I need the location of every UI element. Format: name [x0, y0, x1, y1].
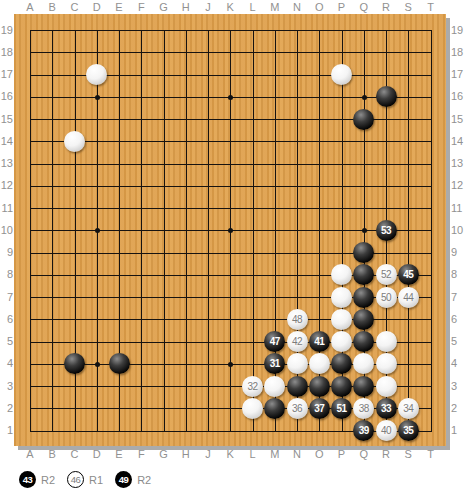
col-label-top-Q: Q	[354, 1, 374, 14]
stone-white-C14	[64, 131, 85, 152]
stone-white-R5	[376, 331, 397, 352]
row-label-right-16: 16	[451, 90, 467, 103]
col-label-bottom-B: B	[42, 448, 62, 461]
row-label-left-7: 7	[0, 291, 13, 304]
stone-white-L3: 32	[242, 376, 263, 397]
caption-move-number: 43	[19, 471, 36, 488]
move-number: 38	[353, 398, 374, 419]
stone-black-R10: 53	[376, 220, 397, 241]
col-label-bottom-A: A	[20, 448, 40, 461]
star-point-Q16	[362, 95, 367, 100]
stone-white-M3	[264, 376, 285, 397]
stone-black-S8: 45	[398, 264, 419, 285]
stone-black-R2: 33	[376, 398, 397, 419]
col-label-bottom-P: P	[332, 448, 352, 461]
col-label-bottom-K: K	[220, 448, 240, 461]
row-label-right-3: 3	[451, 380, 467, 393]
stone-white-P17	[331, 64, 352, 85]
stone-white-P8	[331, 264, 352, 285]
col-label-bottom-D: D	[87, 448, 107, 461]
stone-black-M5: 47	[264, 331, 285, 352]
go-board: 5352455044484742413132363751383334394035	[14, 14, 446, 446]
stone-white-Q2: 38	[353, 398, 374, 419]
move-number: 48	[287, 309, 308, 330]
stone-white-R3	[376, 376, 397, 397]
row-label-left-14: 14	[0, 135, 13, 148]
stone-black-Q9	[353, 242, 374, 263]
stone-black-Q5	[353, 331, 374, 352]
caption-move-number: 46	[68, 472, 83, 487]
col-label-top-H: H	[176, 1, 196, 14]
row-label-right-19: 19	[451, 24, 467, 37]
stone-black-O3	[309, 376, 330, 397]
col-label-top-D: D	[87, 1, 107, 14]
stone-white-R4	[376, 353, 397, 374]
go-diagram: ABCDEFGHJKLMNOPQRST 19181716151413121110…	[0, 0, 467, 502]
stone-black-M2	[264, 398, 285, 419]
row-label-left-16: 16	[0, 90, 13, 103]
stone-white-L2	[242, 398, 263, 419]
move-number: 50	[376, 287, 397, 308]
move-number: 44	[398, 287, 419, 308]
row-label-left-18: 18	[0, 46, 13, 59]
star-point-K10	[228, 228, 233, 233]
grid-line-vertical	[253, 30, 254, 432]
move-number: 37	[309, 398, 330, 419]
row-label-left-13: 13	[0, 157, 13, 170]
row-label-right-13: 13	[451, 157, 467, 170]
stone-white-R7: 50	[376, 287, 397, 308]
row-label-right-10: 10	[451, 224, 467, 237]
col-label-bottom-T: T	[421, 448, 441, 461]
move-number: 35	[398, 420, 419, 441]
col-label-top-O: O	[309, 1, 329, 14]
move-number: 34	[398, 398, 419, 419]
col-label-top-T: T	[421, 1, 441, 14]
col-label-bottom-O: O	[309, 448, 329, 461]
stone-white-Q4	[353, 353, 374, 374]
star-point-Q10	[362, 228, 367, 233]
row-label-right-15: 15	[451, 113, 467, 126]
move-number: 53	[376, 220, 397, 241]
stone-white-D17	[86, 64, 107, 85]
stone-white-S2: 34	[398, 398, 419, 419]
row-label-right-5: 5	[451, 335, 467, 348]
col-label-top-G: G	[154, 1, 174, 14]
move-number: 31	[264, 353, 285, 374]
col-label-bottom-H: H	[176, 448, 196, 461]
col-label-top-J: J	[198, 1, 218, 14]
star-point-K16	[228, 95, 233, 100]
col-label-bottom-M: M	[265, 448, 285, 461]
move-caption: 43R246R149R2	[19, 470, 158, 489]
stone-black-R16	[376, 86, 397, 107]
col-label-bottom-N: N	[287, 448, 307, 461]
caption-stone-black-43: 43	[19, 471, 36, 488]
col-label-top-F: F	[131, 1, 151, 14]
stone-black-Q15	[353, 109, 374, 130]
stone-black-O5: 41	[309, 331, 330, 352]
stone-black-Q6	[353, 309, 374, 330]
row-label-left-5: 5	[0, 335, 13, 348]
row-label-right-2: 2	[451, 402, 467, 415]
stone-white-N2: 36	[287, 398, 308, 419]
col-label-top-C: C	[65, 1, 85, 14]
caption-coord: R2	[41, 474, 55, 486]
stone-white-N5: 42	[287, 331, 308, 352]
caption-stone-black-49: 49	[115, 471, 132, 488]
col-label-top-A: A	[20, 1, 40, 14]
row-label-left-1: 1	[0, 424, 13, 437]
caption-stone-white-46: 46	[67, 471, 84, 488]
stone-white-N4	[287, 353, 308, 374]
col-label-bottom-Q: Q	[354, 448, 374, 461]
col-label-top-E: E	[109, 1, 129, 14]
col-label-top-B: B	[42, 1, 62, 14]
col-label-top-M: M	[265, 1, 285, 14]
move-number: 32	[242, 376, 263, 397]
col-label-bottom-S: S	[398, 448, 418, 461]
row-label-right-4: 4	[451, 357, 467, 370]
caption-move-number: 49	[115, 471, 132, 488]
stone-white-P5	[331, 331, 352, 352]
move-number: 36	[287, 398, 308, 419]
move-number: 45	[398, 264, 419, 285]
col-label-bottom-J: J	[198, 448, 218, 461]
row-label-left-4: 4	[0, 357, 13, 370]
col-label-bottom-C: C	[65, 448, 85, 461]
row-label-left-2: 2	[0, 402, 13, 415]
move-number: 52	[376, 264, 397, 285]
grid-line-vertical	[408, 30, 409, 432]
stone-black-Q3	[353, 376, 374, 397]
star-point-D10	[95, 228, 100, 233]
star-point-D4	[95, 362, 100, 367]
caption-coord: R2	[137, 474, 151, 486]
star-point-D16	[95, 95, 100, 100]
col-label-bottom-E: E	[109, 448, 129, 461]
move-number: 39	[353, 420, 374, 441]
row-label-left-17: 17	[0, 68, 13, 81]
move-number: 42	[287, 331, 308, 352]
move-number: 41	[309, 331, 330, 352]
stone-black-E4	[109, 353, 130, 374]
stone-black-P3	[331, 376, 352, 397]
stone-white-P6	[331, 309, 352, 330]
grid-line-vertical	[431, 30, 432, 432]
row-label-right-8: 8	[451, 268, 467, 281]
stone-black-Q8	[353, 264, 374, 285]
col-label-top-P: P	[332, 1, 352, 14]
row-label-left-3: 3	[0, 380, 13, 393]
star-point-K4	[228, 362, 233, 367]
stone-black-M4: 31	[264, 353, 285, 374]
col-label-top-S: S	[398, 1, 418, 14]
col-label-top-R: R	[376, 1, 396, 14]
row-label-right-18: 18	[451, 46, 467, 59]
row-label-right-14: 14	[451, 135, 467, 148]
col-label-top-N: N	[287, 1, 307, 14]
row-label-left-8: 8	[0, 268, 13, 281]
col-label-bottom-R: R	[376, 448, 396, 461]
stone-white-R1: 40	[376, 420, 397, 441]
row-label-right-9: 9	[451, 246, 467, 259]
row-label-right-11: 11	[451, 202, 467, 215]
row-label-left-9: 9	[0, 246, 13, 259]
row-label-left-15: 15	[0, 113, 13, 126]
stone-black-S1: 35	[398, 420, 419, 441]
stone-black-O2: 37	[309, 398, 330, 419]
row-label-left-11: 11	[0, 202, 13, 215]
col-label-bottom-L: L	[243, 448, 263, 461]
row-label-right-17: 17	[451, 68, 467, 81]
stone-black-P2: 51	[331, 398, 352, 419]
row-label-left-10: 10	[0, 224, 13, 237]
col-label-bottom-G: G	[154, 448, 174, 461]
caption-coord: R1	[89, 474, 103, 486]
col-label-top-K: K	[220, 1, 240, 14]
stone-black-Q7	[353, 287, 374, 308]
row-label-right-12: 12	[451, 179, 467, 192]
stone-white-P7	[331, 287, 352, 308]
stone-white-O4	[309, 353, 330, 374]
stone-black-N3	[287, 376, 308, 397]
stone-black-C4	[64, 353, 85, 374]
stone-black-P4	[331, 353, 352, 374]
move-number: 51	[331, 398, 352, 419]
col-label-bottom-F: F	[131, 448, 151, 461]
stone-black-Q1: 39	[353, 420, 374, 441]
move-number: 47	[264, 331, 285, 352]
stone-white-S7: 44	[398, 287, 419, 308]
row-label-right-1: 1	[451, 424, 467, 437]
move-number: 33	[376, 398, 397, 419]
stone-white-R8: 52	[376, 264, 397, 285]
row-label-right-6: 6	[451, 313, 467, 326]
row-label-left-19: 19	[0, 24, 13, 37]
row-label-right-7: 7	[451, 291, 467, 304]
row-label-left-12: 12	[0, 179, 13, 192]
move-number: 40	[376, 420, 397, 441]
row-label-left-6: 6	[0, 313, 13, 326]
col-label-top-L: L	[243, 1, 263, 14]
stone-white-N6: 48	[287, 309, 308, 330]
